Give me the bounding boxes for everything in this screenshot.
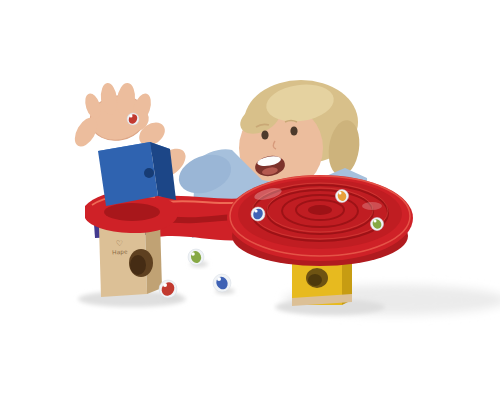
marble-table-red — [159, 280, 177, 298]
yellow-tunnel-block — [292, 259, 352, 306]
scene-canvas: ♡ Hape — [0, 0, 500, 400]
product-photo: ♡ Hape — [0, 0, 500, 400]
marble-highlight — [191, 252, 195, 256]
spiral-center — [308, 205, 332, 215]
marble-highlight — [254, 209, 257, 212]
marble-table-blue — [213, 274, 231, 292]
marble-highlight — [130, 115, 133, 118]
funnel-mouth — [104, 203, 160, 221]
marble-highlight — [217, 277, 221, 281]
marble-table-green — [188, 249, 204, 265]
marble-highlight — [374, 220, 377, 223]
marble-bowl-blue — [251, 207, 265, 221]
blue-block — [98, 142, 176, 206]
bowl-glare-right — [362, 202, 382, 210]
marble-bowl-yellow — [336, 190, 349, 203]
marble-highlight — [339, 192, 342, 195]
marble-in-hand-red — [127, 113, 139, 126]
hape-logo-heart-icon: ♡ — [116, 239, 124, 248]
blue-block-hole — [144, 168, 154, 178]
marble-highlight — [163, 283, 167, 287]
hape-logo-text: Hape — [112, 249, 128, 256]
yellow-block-hole-inner — [308, 274, 322, 286]
wood-block-hole-inner — [130, 255, 146, 275]
child-eye-left — [261, 130, 268, 139]
child-eye-right — [290, 126, 297, 135]
marble-bowl-green — [371, 218, 384, 231]
spiral-bowl — [227, 175, 413, 266]
